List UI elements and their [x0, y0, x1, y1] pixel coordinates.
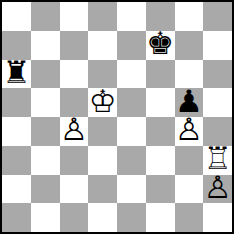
square-h7[interactable] [203, 31, 232, 60]
square-c4[interactable]: ♙ [60, 117, 89, 146]
square-e5[interactable] [117, 88, 146, 117]
square-d5[interactable]: ♔ [88, 88, 117, 117]
square-b8[interactable] [31, 2, 60, 31]
square-e6[interactable] [117, 60, 146, 89]
square-e4[interactable] [117, 117, 146, 146]
white-pawn-piece: ♙ [175, 115, 203, 143]
square-a6[interactable]: ♜ [2, 60, 31, 89]
square-c8[interactable] [60, 2, 89, 31]
square-f2[interactable] [146, 175, 175, 204]
square-a8[interactable] [2, 2, 31, 31]
square-g3[interactable] [175, 146, 204, 175]
square-h1[interactable] [203, 203, 232, 232]
square-h6[interactable] [203, 60, 232, 89]
square-b3[interactable] [31, 146, 60, 175]
square-c1[interactable] [60, 203, 89, 232]
square-f3[interactable] [146, 146, 175, 175]
square-g4[interactable]: ♙ [175, 117, 204, 146]
square-h8[interactable] [203, 2, 232, 31]
square-b4[interactable] [31, 117, 60, 146]
black-rook-piece: ♜ [2, 58, 30, 86]
square-a4[interactable] [2, 117, 31, 146]
square-g2[interactable] [175, 175, 204, 204]
square-b5[interactable] [31, 88, 60, 117]
square-d4[interactable] [88, 117, 117, 146]
square-e8[interactable] [117, 2, 146, 31]
square-f7[interactable]: ♚ [146, 31, 175, 60]
square-f5[interactable] [146, 88, 175, 117]
square-e3[interactable] [117, 146, 146, 175]
square-b2[interactable] [31, 175, 60, 204]
square-e1[interactable] [117, 203, 146, 232]
square-g8[interactable] [175, 2, 204, 31]
square-h5[interactable] [203, 88, 232, 117]
square-d8[interactable] [88, 2, 117, 31]
black-king-piece: ♚ [146, 29, 174, 57]
white-pawn-piece: ♙ [60, 115, 88, 143]
square-d3[interactable] [88, 146, 117, 175]
square-e2[interactable] [117, 175, 146, 204]
square-d7[interactable] [88, 31, 117, 60]
square-d2[interactable] [88, 175, 117, 204]
square-g7[interactable] [175, 31, 204, 60]
square-d1[interactable] [88, 203, 117, 232]
square-a3[interactable] [2, 146, 31, 175]
square-b7[interactable] [31, 31, 60, 60]
square-a1[interactable] [2, 203, 31, 232]
square-b6[interactable] [31, 60, 60, 89]
square-g1[interactable] [175, 203, 204, 232]
square-h2[interactable]: ♙ [203, 175, 232, 204]
square-a5[interactable] [2, 88, 31, 117]
square-f6[interactable] [146, 60, 175, 89]
square-c2[interactable] [60, 175, 89, 204]
white-king-piece: ♔ [89, 87, 117, 115]
square-b1[interactable] [31, 203, 60, 232]
chess-board: ♚♜♔♟♙♙♖♙ [0, 0, 234, 234]
square-c6[interactable] [60, 60, 89, 89]
square-c3[interactable] [60, 146, 89, 175]
square-f4[interactable] [146, 117, 175, 146]
square-f1[interactable] [146, 203, 175, 232]
square-e7[interactable] [117, 31, 146, 60]
square-a2[interactable] [2, 175, 31, 204]
white-pawn-piece: ♙ [204, 173, 232, 201]
square-c7[interactable] [60, 31, 89, 60]
